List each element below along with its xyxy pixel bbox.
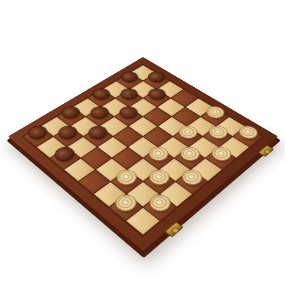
brass-clasp-icon <box>164 221 184 237</box>
board-frame <box>7 56 277 250</box>
board <box>24 65 262 234</box>
photo-canvas <box>0 0 285 285</box>
brass-clasp-icon <box>257 144 274 156</box>
board-scene <box>0 0 285 285</box>
square-e2[interactable] <box>174 147 204 169</box>
